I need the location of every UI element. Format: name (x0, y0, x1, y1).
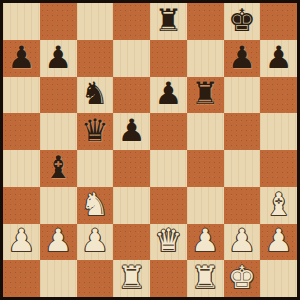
square-b2[interactable]: ♟ (40, 224, 77, 261)
square-g6[interactable] (224, 77, 261, 114)
square-a7[interactable]: ♟ (3, 40, 40, 77)
square-c5[interactable]: ♛ (77, 113, 114, 150)
square-f4[interactable] (187, 150, 224, 187)
square-a1[interactable] (3, 260, 40, 297)
square-d2[interactable] (113, 224, 150, 261)
black-pawn[interactable]: ♟ (7, 42, 35, 73)
square-b8[interactable] (40, 3, 77, 40)
black-king[interactable]: ♚ (228, 5, 256, 36)
white-queen[interactable]: ♛ (154, 225, 182, 256)
square-c1[interactable] (77, 260, 114, 297)
black-bishop[interactable]: ♝ (44, 152, 72, 183)
white-pawn[interactable]: ♟ (191, 225, 219, 256)
black-rook[interactable]: ♜ (191, 78, 219, 109)
square-g1[interactable]: ♚ (224, 260, 261, 297)
black-pawn[interactable]: ♟ (44, 42, 72, 73)
square-f3[interactable] (187, 187, 224, 224)
white-rook[interactable]: ♜ (118, 262, 146, 293)
white-king[interactable]: ♚ (228, 262, 256, 293)
square-a2[interactable]: ♟ (3, 224, 40, 261)
square-f8[interactable] (187, 3, 224, 40)
square-h4[interactable] (260, 150, 297, 187)
square-c3[interactable]: ♞ (77, 187, 114, 224)
white-pawn[interactable]: ♟ (7, 225, 35, 256)
white-pawn[interactable]: ♟ (44, 225, 72, 256)
square-c4[interactable] (77, 150, 114, 187)
square-g5[interactable] (224, 113, 261, 150)
square-f2[interactable]: ♟ (187, 224, 224, 261)
square-h6[interactable] (260, 77, 297, 114)
white-pawn[interactable]: ♟ (228, 225, 256, 256)
black-queen[interactable]: ♛ (81, 115, 109, 146)
black-pawn[interactable]: ♟ (118, 115, 146, 146)
square-b5[interactable] (40, 113, 77, 150)
black-pawn[interactable]: ♟ (265, 42, 293, 73)
square-h2[interactable]: ♟ (260, 224, 297, 261)
square-e1[interactable] (150, 260, 187, 297)
square-b4[interactable]: ♝ (40, 150, 77, 187)
square-b3[interactable] (40, 187, 77, 224)
square-a3[interactable] (3, 187, 40, 224)
square-g8[interactable]: ♚ (224, 3, 261, 40)
square-h7[interactable]: ♟ (260, 40, 297, 77)
square-a8[interactable] (3, 3, 40, 40)
square-e5[interactable] (150, 113, 187, 150)
square-e8[interactable]: ♜ (150, 3, 187, 40)
square-d3[interactable] (113, 187, 150, 224)
white-rook[interactable]: ♜ (191, 262, 219, 293)
square-c8[interactable] (77, 3, 114, 40)
square-g4[interactable] (224, 150, 261, 187)
square-d6[interactable] (113, 77, 150, 114)
square-h8[interactable] (260, 3, 297, 40)
square-g7[interactable]: ♟ (224, 40, 261, 77)
square-c6[interactable]: ♞ (77, 77, 114, 114)
chess-board: ♜♚♟♟♟♟♞♟♜♛♟♝♞♝♟♟♟♛♟♟♟♜♜♚ (3, 3, 297, 297)
square-d5[interactable]: ♟ (113, 113, 150, 150)
square-d1[interactable]: ♜ (113, 260, 150, 297)
square-f7[interactable] (187, 40, 224, 77)
black-rook[interactable]: ♜ (154, 5, 182, 36)
square-h3[interactable]: ♝ (260, 187, 297, 224)
black-pawn[interactable]: ♟ (228, 42, 256, 73)
square-a5[interactable] (3, 113, 40, 150)
white-bishop[interactable]: ♝ (265, 189, 293, 220)
square-f5[interactable] (187, 113, 224, 150)
square-b1[interactable] (40, 260, 77, 297)
square-d4[interactable] (113, 150, 150, 187)
square-g3[interactable] (224, 187, 261, 224)
square-g2[interactable]: ♟ (224, 224, 261, 261)
black-pawn[interactable]: ♟ (154, 78, 182, 109)
square-h5[interactable] (260, 113, 297, 150)
square-c2[interactable]: ♟ (77, 224, 114, 261)
black-knight[interactable]: ♞ (81, 78, 109, 109)
chess-board-frame: ♜♚♟♟♟♟♞♟♜♛♟♝♞♝♟♟♟♛♟♟♟♜♜♚ (0, 0, 300, 300)
square-d7[interactable] (113, 40, 150, 77)
square-b6[interactable] (40, 77, 77, 114)
square-e7[interactable] (150, 40, 187, 77)
square-b7[interactable]: ♟ (40, 40, 77, 77)
square-e2[interactable]: ♛ (150, 224, 187, 261)
square-e4[interactable] (150, 150, 187, 187)
square-c7[interactable] (77, 40, 114, 77)
square-e6[interactable]: ♟ (150, 77, 187, 114)
square-d8[interactable] (113, 3, 150, 40)
square-f6[interactable]: ♜ (187, 77, 224, 114)
square-h1[interactable] (260, 260, 297, 297)
square-f1[interactable]: ♜ (187, 260, 224, 297)
white-pawn[interactable]: ♟ (81, 225, 109, 256)
white-knight[interactable]: ♞ (81, 189, 109, 220)
square-a4[interactable] (3, 150, 40, 187)
square-e3[interactable] (150, 187, 187, 224)
square-a6[interactable] (3, 77, 40, 114)
white-pawn[interactable]: ♟ (265, 225, 293, 256)
